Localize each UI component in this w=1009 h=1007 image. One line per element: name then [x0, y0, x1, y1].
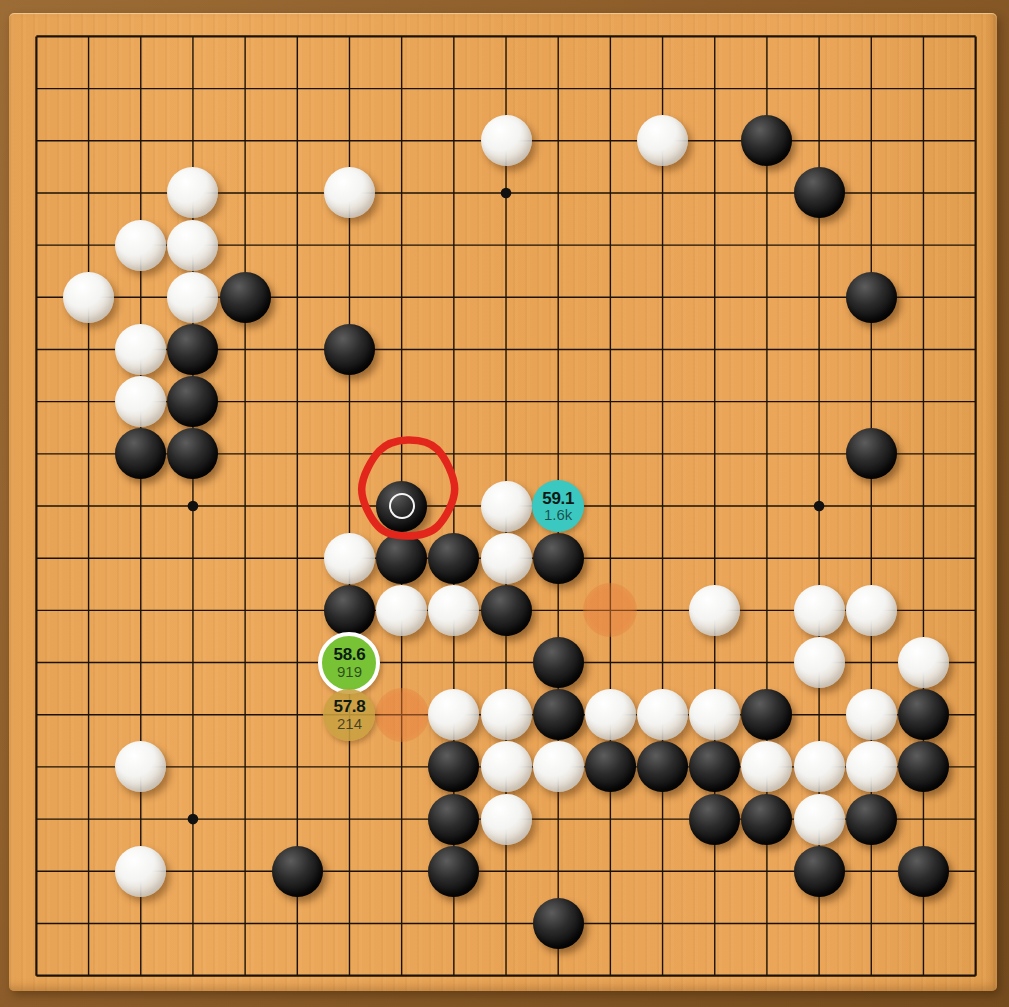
suggestion-winrate: 59.1 [542, 490, 574, 507]
suggestions-layer: 59.11.6k58.691957.8214 [0, 0, 1009, 1007]
suggestion-circle[interactable]: 57.8214 [323, 689, 375, 741]
suggestion-circle[interactable]: 58.6919 [318, 632, 380, 694]
suggestion-circle[interactable]: 59.11.6k [532, 480, 584, 532]
suggestion-winrate: 58.6 [334, 646, 366, 663]
suggestion-visits: 214 [337, 716, 362, 731]
go-board-frame: 59.11.6k58.691957.8214 [0, 0, 1009, 1007]
suggestion-winrate: 57.8 [334, 698, 366, 715]
suggestion-visits: 1.6k [544, 507, 572, 522]
suggestion-visits: 919 [337, 664, 362, 679]
